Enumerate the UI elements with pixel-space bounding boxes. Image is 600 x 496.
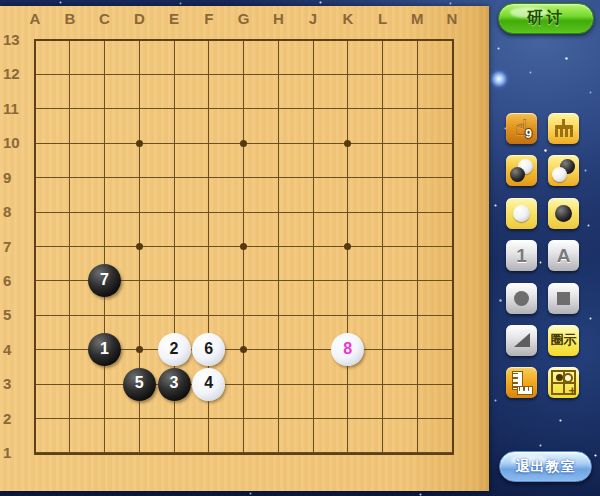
intersection-L1[interactable] bbox=[365, 436, 400, 470]
intersection-H2[interactable] bbox=[261, 401, 296, 435]
intersection-N6[interactable] bbox=[435, 264, 470, 298]
intersection-K9[interactable] bbox=[330, 160, 365, 194]
intersection-C1[interactable] bbox=[87, 436, 122, 470]
intersection-E13[interactable] bbox=[157, 23, 192, 57]
intersection-F5[interactable] bbox=[191, 298, 226, 332]
intersection-C5[interactable] bbox=[87, 298, 122, 332]
intersection-B12[interactable] bbox=[52, 57, 87, 91]
intersection-J9[interactable] bbox=[296, 160, 331, 194]
intersection-F4[interactable]: 6 bbox=[191, 332, 226, 366]
intersection-G7[interactable] bbox=[226, 229, 261, 263]
intersection-G3[interactable] bbox=[226, 367, 261, 401]
black-stone-icon bbox=[555, 205, 572, 222]
intersection-L12[interactable] bbox=[365, 57, 400, 91]
intersection-E5[interactable] bbox=[157, 298, 192, 332]
move-number: 3 bbox=[170, 375, 179, 391]
intersection-M8[interactable] bbox=[400, 195, 435, 229]
intersection-F7[interactable] bbox=[191, 229, 226, 263]
star-point-D4 bbox=[136, 346, 143, 353]
intersection-C11[interactable] bbox=[87, 92, 122, 126]
move-number: 1 bbox=[100, 341, 109, 357]
intersection-G11[interactable] bbox=[226, 92, 261, 126]
intersection-J13[interactable] bbox=[296, 23, 331, 57]
intersection-F3[interactable]: 4 bbox=[191, 367, 226, 401]
intersection-D10[interactable] bbox=[122, 126, 157, 160]
intersection-H9[interactable] bbox=[261, 160, 296, 194]
black-stone-icon bbox=[510, 167, 525, 182]
intersection-D4[interactable] bbox=[122, 332, 157, 366]
tool-palette: ☝ 91A圈示+ bbox=[506, 113, 579, 398]
intersection-J3[interactable] bbox=[296, 367, 331, 401]
intersection-J8[interactable] bbox=[296, 195, 331, 229]
intersection-K3[interactable] bbox=[330, 367, 365, 401]
intersection-H13[interactable] bbox=[261, 23, 296, 57]
intersection-K1[interactable] bbox=[330, 436, 365, 470]
intersection-B7[interactable] bbox=[52, 229, 87, 263]
circle-show-label: 圈示 bbox=[551, 331, 577, 349]
intersection-C4[interactable]: 1 bbox=[87, 332, 122, 366]
intersection-B4[interactable] bbox=[52, 332, 87, 366]
intersection-N8[interactable] bbox=[435, 195, 470, 229]
intersection-L5[interactable] bbox=[365, 298, 400, 332]
tool-play-white-first-button[interactable] bbox=[548, 155, 579, 186]
intersection-A1[interactable] bbox=[18, 436, 53, 470]
stone-white-2-E4: 2 bbox=[158, 333, 191, 366]
board-setup-icon: + bbox=[551, 370, 576, 395]
intersection-M11[interactable] bbox=[400, 92, 435, 126]
intersection-B8[interactable] bbox=[52, 195, 87, 229]
intersection-F10[interactable] bbox=[191, 126, 226, 160]
intersection-H11[interactable] bbox=[261, 92, 296, 126]
intersection-G1[interactable] bbox=[226, 436, 261, 470]
intersection-M3[interactable] bbox=[400, 367, 435, 401]
intersection-N9[interactable] bbox=[435, 160, 470, 194]
intersection-N5[interactable] bbox=[435, 298, 470, 332]
intersection-M12[interactable] bbox=[400, 57, 435, 91]
intersection-F1[interactable] bbox=[191, 436, 226, 470]
star-point-K10 bbox=[344, 140, 351, 147]
intersection-K13[interactable] bbox=[330, 23, 365, 57]
intersection-D5[interactable] bbox=[122, 298, 157, 332]
intersection-D11[interactable] bbox=[122, 92, 157, 126]
intersection-E7[interactable] bbox=[157, 229, 192, 263]
stone-white-6-F4: 6 bbox=[192, 333, 225, 366]
intersection-D6[interactable] bbox=[122, 264, 157, 298]
star-point-D10 bbox=[136, 140, 143, 147]
go-board: ABCDEFGHJKLMN 13121110987654321 7 1 2 6 … bbox=[0, 6, 489, 491]
tool-circle-show-button[interactable]: 圈示 bbox=[548, 325, 579, 356]
move-number: 8 bbox=[343, 341, 352, 357]
intersection-B5[interactable] bbox=[52, 298, 87, 332]
intersection-L3[interactable] bbox=[365, 367, 400, 401]
intersection-F12[interactable] bbox=[191, 57, 226, 91]
intersection-H6[interactable] bbox=[261, 264, 296, 298]
intersection-M2[interactable] bbox=[400, 401, 435, 435]
go-classroom-app: ABCDEFGHJKLMN 13121110987654321 7 1 2 6 … bbox=[0, 0, 600, 496]
intersection-L2[interactable] bbox=[365, 401, 400, 435]
intersection-D13[interactable] bbox=[122, 23, 157, 57]
tool-place-white-stone-button[interactable] bbox=[506, 198, 537, 229]
intersection-D7[interactable] bbox=[122, 229, 157, 263]
intersection-E6[interactable] bbox=[157, 264, 192, 298]
move-number: 4 bbox=[204, 375, 213, 391]
move-number: 5 bbox=[135, 375, 144, 391]
discuss-button[interactable]: 研讨 bbox=[498, 3, 594, 34]
intersection-N3[interactable] bbox=[435, 367, 470, 401]
intersection-B6[interactable] bbox=[52, 264, 87, 298]
intersection-B11[interactable] bbox=[52, 92, 87, 126]
star-point-G4 bbox=[240, 346, 247, 353]
tool-board-setup-button[interactable]: + bbox=[548, 367, 579, 398]
discuss-button-label: 研讨 bbox=[527, 9, 565, 26]
intersection-D3[interactable]: 5 bbox=[122, 367, 157, 401]
intersection-L11[interactable] bbox=[365, 92, 400, 126]
intersection-G12[interactable] bbox=[226, 57, 261, 91]
intersection-J6[interactable] bbox=[296, 264, 331, 298]
starfield-background bbox=[0, 0, 1, 1]
intersection-M9[interactable] bbox=[400, 160, 435, 194]
intersection-J12[interactable] bbox=[296, 57, 331, 91]
tool-mark-circle-button[interactable] bbox=[506, 283, 537, 314]
intersection-C6[interactable]: 7 bbox=[87, 264, 122, 298]
intersection-A6[interactable] bbox=[18, 264, 53, 298]
intersection-K5[interactable] bbox=[330, 298, 365, 332]
intersection-N12[interactable] bbox=[435, 57, 470, 91]
intersection-D2[interactable] bbox=[122, 401, 157, 435]
intersection-L13[interactable] bbox=[365, 23, 400, 57]
intersection-K6[interactable] bbox=[330, 264, 365, 298]
intersection-A4[interactable] bbox=[18, 332, 53, 366]
tool-label-letter-button[interactable]: A bbox=[548, 240, 579, 271]
intersection-G9[interactable] bbox=[226, 160, 261, 194]
stone-white-8-K4: 8 bbox=[331, 333, 364, 366]
intersection-M13[interactable] bbox=[400, 23, 435, 57]
intersection-H7[interactable] bbox=[261, 229, 296, 263]
intersection-J5[interactable] bbox=[296, 298, 331, 332]
intersection-G4[interactable] bbox=[226, 332, 261, 366]
white-stone-icon bbox=[552, 167, 567, 182]
tool-mark-triangle-button[interactable] bbox=[506, 325, 537, 356]
intersection-H4[interactable] bbox=[261, 332, 296, 366]
circle-mark-icon bbox=[514, 291, 529, 306]
intersection-B3[interactable] bbox=[52, 367, 87, 401]
tool-pointer-hand-button[interactable]: ☝ 9 bbox=[506, 113, 537, 144]
intersection-H12[interactable] bbox=[261, 57, 296, 91]
intersection-C3[interactable] bbox=[87, 367, 122, 401]
exit-classroom-label: 退出教室 bbox=[516, 458, 576, 474]
intersection-E2[interactable] bbox=[157, 401, 192, 435]
white-stone-icon bbox=[513, 205, 530, 222]
intersection-M6[interactable] bbox=[400, 264, 435, 298]
intersection-C8[interactable] bbox=[87, 195, 122, 229]
intersection-J2[interactable] bbox=[296, 401, 331, 435]
intersection-K2[interactable] bbox=[330, 401, 365, 435]
intersection-J10[interactable] bbox=[296, 126, 331, 160]
intersection-M10[interactable] bbox=[400, 126, 435, 160]
intersection-A12[interactable] bbox=[18, 57, 53, 91]
tool-mark-square-button[interactable] bbox=[548, 283, 579, 314]
intersection-N7[interactable] bbox=[435, 229, 470, 263]
intersection-C7[interactable] bbox=[87, 229, 122, 263]
intersection-K8[interactable] bbox=[330, 195, 365, 229]
intersection-J4[interactable] bbox=[296, 332, 331, 366]
intersection-B9[interactable] bbox=[52, 160, 87, 194]
intersection-L10[interactable] bbox=[365, 126, 400, 160]
intersection-D9[interactable] bbox=[122, 160, 157, 194]
intersection-B10[interactable] bbox=[52, 126, 87, 160]
stone-black-3-E3: 3 bbox=[158, 368, 191, 401]
stone-black-1-C4: 1 bbox=[88, 333, 121, 366]
intersection-A2[interactable] bbox=[18, 401, 53, 435]
intersection-M7[interactable] bbox=[400, 229, 435, 263]
intersection-A10[interactable] bbox=[18, 126, 53, 160]
intersection-F2[interactable] bbox=[191, 401, 226, 435]
intersection-F13[interactable] bbox=[191, 23, 226, 57]
intersection-F8[interactable] bbox=[191, 195, 226, 229]
intersection-G10[interactable] bbox=[226, 126, 261, 160]
intersection-J1[interactable] bbox=[296, 436, 331, 470]
star-point-G7 bbox=[240, 243, 247, 250]
stone-white-4-F3: 4 bbox=[192, 368, 225, 401]
intersection-H5[interactable] bbox=[261, 298, 296, 332]
intersection-E3[interactable]: 3 bbox=[157, 367, 192, 401]
intersection-N11[interactable] bbox=[435, 92, 470, 126]
intersection-K7[interactable] bbox=[330, 229, 365, 263]
move-number: 6 bbox=[204, 341, 213, 357]
intersection-A9[interactable] bbox=[18, 160, 53, 194]
intersection-N1[interactable] bbox=[435, 436, 470, 470]
intersection-L9[interactable] bbox=[365, 160, 400, 194]
intersection-N13[interactable] bbox=[435, 23, 470, 57]
intersection-E12[interactable] bbox=[157, 57, 192, 91]
move-number: 2 bbox=[170, 341, 179, 357]
intersection-K10[interactable] bbox=[330, 126, 365, 160]
intersection-M1[interactable] bbox=[400, 436, 435, 470]
intersection-C12[interactable] bbox=[87, 57, 122, 91]
stone-black-5-D3: 5 bbox=[123, 368, 156, 401]
tool-clear-board-button[interactable] bbox=[548, 113, 579, 144]
intersection-L7[interactable] bbox=[365, 229, 400, 263]
intersection-D1[interactable] bbox=[122, 436, 157, 470]
intersection-F6[interactable] bbox=[191, 264, 226, 298]
move-number: 7 bbox=[100, 272, 109, 288]
letter-label-icon: A bbox=[557, 245, 571, 267]
intersection-G2[interactable] bbox=[226, 401, 261, 435]
star-point-G10 bbox=[240, 140, 247, 147]
intersection-C10[interactable] bbox=[87, 126, 122, 160]
intersection-A3[interactable] bbox=[18, 367, 53, 401]
intersection-N10[interactable] bbox=[435, 126, 470, 160]
intersection-C9[interactable] bbox=[87, 160, 122, 194]
intersection-E1[interactable] bbox=[157, 436, 192, 470]
intersection-B13[interactable] bbox=[52, 23, 87, 57]
intersection-N4[interactable] bbox=[435, 332, 470, 366]
tool-label-number-button[interactable]: 1 bbox=[506, 240, 537, 271]
stone-black-7-C6: 7 bbox=[88, 264, 121, 297]
number-label-icon: 1 bbox=[516, 245, 527, 267]
intersection-L8[interactable] bbox=[365, 195, 400, 229]
intersection-L4[interactable] bbox=[365, 332, 400, 366]
next-move-count: 9 bbox=[525, 127, 532, 141]
intersection-E8[interactable] bbox=[157, 195, 192, 229]
intersection-K12[interactable] bbox=[330, 57, 365, 91]
intersection-L6[interactable] bbox=[365, 264, 400, 298]
board-grid: 7 1 2 6 8 5 3 4 bbox=[18, 23, 470, 470]
intersection-E10[interactable] bbox=[157, 126, 192, 160]
intersection-G8[interactable] bbox=[226, 195, 261, 229]
intersection-E4[interactable]: 2 bbox=[157, 332, 192, 366]
glow-star bbox=[488, 68, 510, 90]
intersection-E11[interactable] bbox=[157, 92, 192, 126]
intersection-B1[interactable] bbox=[52, 436, 87, 470]
tool-place-black-stone-button[interactable] bbox=[548, 198, 579, 229]
intersection-A8[interactable] bbox=[18, 195, 53, 229]
tool-measure-ruler-button[interactable] bbox=[506, 367, 537, 398]
intersection-J11[interactable] bbox=[296, 92, 331, 126]
intersection-D12[interactable] bbox=[122, 57, 157, 91]
square-mark-icon bbox=[557, 292, 570, 305]
intersection-D8[interactable] bbox=[122, 195, 157, 229]
intersection-A5[interactable] bbox=[18, 298, 53, 332]
intersection-C2[interactable] bbox=[87, 401, 122, 435]
intersection-F11[interactable] bbox=[191, 92, 226, 126]
intersection-H3[interactable] bbox=[261, 367, 296, 401]
intersection-N2[interactable] bbox=[435, 401, 470, 435]
intersection-K11[interactable] bbox=[330, 92, 365, 126]
intersection-E9[interactable] bbox=[157, 160, 192, 194]
intersection-A13[interactable] bbox=[18, 23, 53, 57]
intersection-B2[interactable] bbox=[52, 401, 87, 435]
intersection-M4[interactable] bbox=[400, 332, 435, 366]
star-point-K7 bbox=[344, 243, 351, 250]
intersection-G13[interactable] bbox=[226, 23, 261, 57]
intersection-K4[interactable]: 8 bbox=[330, 332, 365, 366]
triangle-mark-icon bbox=[514, 333, 530, 347]
intersection-H1[interactable] bbox=[261, 436, 296, 470]
exit-classroom-button[interactable]: 退出教室 bbox=[499, 451, 592, 482]
intersection-M5[interactable] bbox=[400, 298, 435, 332]
intersection-H8[interactable] bbox=[261, 195, 296, 229]
intersection-H10[interactable] bbox=[261, 126, 296, 160]
intersection-J7[interactable] bbox=[296, 229, 331, 263]
star-point-D7 bbox=[136, 243, 143, 250]
intersection-A11[interactable] bbox=[18, 92, 53, 126]
intersection-F9[interactable] bbox=[191, 160, 226, 194]
intersection-C13[interactable] bbox=[87, 23, 122, 57]
intersection-G5[interactable] bbox=[226, 298, 261, 332]
intersection-G6[interactable] bbox=[226, 264, 261, 298]
tool-play-black-first-button[interactable] bbox=[506, 155, 537, 186]
clear-board-broom-icon bbox=[554, 119, 574, 138]
intersection-A7[interactable] bbox=[18, 229, 53, 263]
